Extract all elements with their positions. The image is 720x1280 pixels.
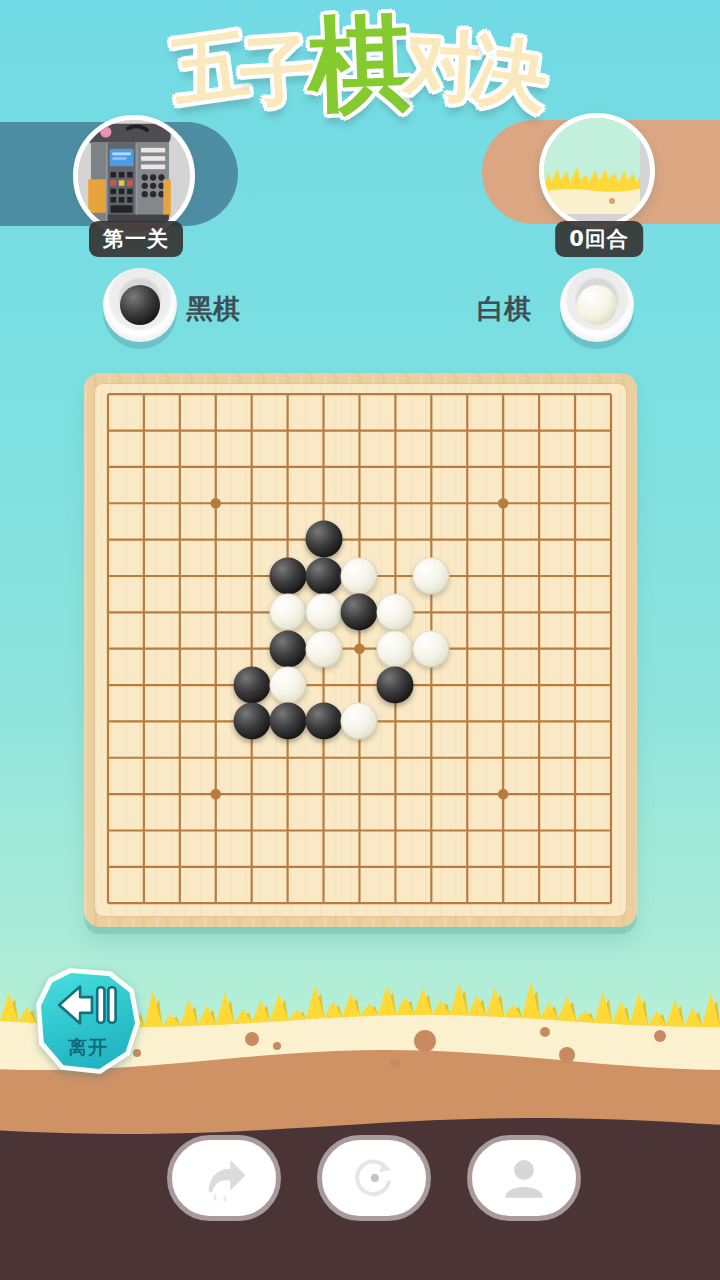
board-cell[interactable] (90, 849, 126, 885)
white-stone-dish (560, 268, 634, 342)
white-stone-sample (577, 285, 617, 325)
stone-black (269, 703, 306, 740)
board-cell[interactable] (90, 739, 126, 775)
board-cell[interactable] (234, 521, 270, 557)
board-cell[interactable] (557, 412, 593, 448)
board-cell[interactable] (413, 667, 449, 703)
board-cell[interactable] (341, 376, 377, 412)
board-cell[interactable] (306, 449, 342, 485)
board-cell[interactable] (377, 667, 413, 703)
opponent-avatar[interactable] (73, 115, 195, 237)
board-cell[interactable] (234, 412, 270, 448)
board-cell[interactable] (521, 412, 557, 448)
board-cell[interactable] (341, 558, 377, 594)
board-cell[interactable] (270, 812, 306, 848)
board-cell[interactable] (449, 485, 485, 521)
board-cell[interactable] (90, 812, 126, 848)
board-cell[interactable] (449, 449, 485, 485)
board-cell[interactable] (90, 594, 126, 630)
board-cell[interactable] (449, 812, 485, 848)
board-cell[interactable] (485, 739, 521, 775)
board-cell[interactable] (270, 667, 306, 703)
board-cell[interactable] (270, 521, 306, 557)
board-cell[interactable] (306, 630, 342, 666)
stone-white (413, 557, 450, 594)
board-cell[interactable] (377, 412, 413, 448)
board-cell[interactable] (413, 849, 449, 885)
board-cell[interactable] (557, 885, 593, 921)
stone-white (269, 594, 306, 631)
board-cell[interactable] (198, 558, 234, 594)
board-cell[interactable] (485, 776, 521, 812)
board-cell[interactable] (234, 558, 270, 594)
stone-white (305, 630, 342, 667)
board-cell[interactable] (377, 885, 413, 921)
board-cell[interactable] (198, 776, 234, 812)
board-cell[interactable] (485, 485, 521, 521)
board-cell[interactable] (341, 812, 377, 848)
board-cell[interactable] (90, 412, 126, 448)
board-cell[interactable] (234, 812, 270, 848)
board-cell[interactable] (413, 776, 449, 812)
board-cell[interactable] (449, 849, 485, 885)
board-cell[interactable] (485, 521, 521, 557)
board-cell[interactable] (270, 412, 306, 448)
white-player-label: 白棋 (477, 291, 531, 327)
board-cell[interactable] (234, 667, 270, 703)
board-cell[interactable] (198, 376, 234, 412)
restart-icon (347, 1151, 401, 1205)
board-cell[interactable] (162, 776, 198, 812)
board-cell[interactable] (306, 812, 342, 848)
board-cell[interactable] (306, 521, 342, 557)
board-cell[interactable] (377, 776, 413, 812)
board-cell[interactable] (306, 412, 342, 448)
board-cell[interactable] (162, 667, 198, 703)
restart-button[interactable] (317, 1135, 431, 1221)
pebble (559, 1047, 575, 1063)
share-button[interactable] (167, 1135, 281, 1221)
board-cell[interactable] (234, 739, 270, 775)
stone-black (305, 521, 342, 558)
board-cell[interactable] (341, 703, 377, 739)
gomoku-board[interactable] (84, 373, 637, 927)
board-cell[interactable] (198, 594, 234, 630)
board-cell[interactable] (126, 885, 162, 921)
board-cell[interactable] (198, 739, 234, 775)
board-cell[interactable] (485, 667, 521, 703)
board-cell[interactable] (557, 703, 593, 739)
board-cell[interactable] (557, 849, 593, 885)
board-cell[interactable] (521, 485, 557, 521)
board-cell[interactable] (270, 885, 306, 921)
board-cell[interactable] (270, 485, 306, 521)
board-cell[interactable] (90, 885, 126, 921)
board-cell[interactable] (377, 558, 413, 594)
board-cell[interactable] (126, 449, 162, 485)
gomoku-game-screen: 五 子 棋 对 决 (0, 0, 720, 1280)
pebble (654, 1030, 666, 1042)
board-cell[interactable] (162, 849, 198, 885)
board-cell[interactable] (557, 485, 593, 521)
board-cell[interactable] (449, 776, 485, 812)
board-cell[interactable] (413, 485, 449, 521)
board-cell[interactable] (90, 521, 126, 557)
board-cell[interactable] (162, 594, 198, 630)
board-cell[interactable] (485, 376, 521, 412)
board-cell[interactable] (306, 558, 342, 594)
board-cell[interactable] (234, 630, 270, 666)
board-cell[interactable] (377, 630, 413, 666)
board-cell[interactable] (449, 376, 485, 412)
board-cell[interactable] (341, 449, 377, 485)
board-cell[interactable] (557, 376, 593, 412)
rounds-avatar[interactable] (539, 113, 655, 229)
board-cell[interactable] (341, 485, 377, 521)
board-cell[interactable] (521, 630, 557, 666)
board-cell[interactable] (593, 630, 629, 666)
board-cell[interactable] (306, 667, 342, 703)
board-cell[interactable] (234, 703, 270, 739)
board-cell[interactable] (521, 885, 557, 921)
board-cell[interactable] (341, 594, 377, 630)
board-cell[interactable] (126, 849, 162, 885)
board-cell[interactable] (234, 849, 270, 885)
board-cell[interactable] (449, 885, 485, 921)
leave-button[interactable]: 离开 (36, 968, 140, 1074)
board-cell[interactable] (270, 739, 306, 775)
pebble (414, 1030, 436, 1052)
board-cell[interactable] (557, 776, 593, 812)
board-cell[interactable] (162, 521, 198, 557)
board-cell[interactable] (593, 885, 629, 921)
board-cell[interactable] (485, 849, 521, 885)
board-cell[interactable] (557, 812, 593, 848)
board-cell[interactable] (126, 412, 162, 448)
board-cell[interactable] (485, 594, 521, 630)
board-cell[interactable] (198, 703, 234, 739)
board-cell[interactable] (90, 703, 126, 739)
board-cell[interactable] (485, 412, 521, 448)
board-cell[interactable] (521, 739, 557, 775)
level-badge: 第一关 (89, 221, 183, 257)
board-cell[interactable] (377, 521, 413, 557)
board-cell[interactable] (126, 376, 162, 412)
stone-black (377, 666, 414, 703)
board-cell[interactable] (126, 521, 162, 557)
stone-black (233, 666, 270, 703)
black-player-label: 黑棋 (186, 291, 240, 327)
board-cell[interactable] (234, 594, 270, 630)
board-cell[interactable] (449, 703, 485, 739)
board-cell[interactable] (270, 594, 306, 630)
board-cell[interactable] (270, 558, 306, 594)
board-cell[interactable] (593, 558, 629, 594)
board-cell[interactable] (270, 630, 306, 666)
board-cell[interactable] (593, 849, 629, 885)
board-cell[interactable] (90, 630, 126, 666)
board-cell[interactable] (413, 812, 449, 848)
board-cell[interactable] (521, 849, 557, 885)
board-cell[interactable] (270, 849, 306, 885)
back-arrow-icon (55, 982, 121, 1028)
profile-icon (497, 1151, 551, 1205)
board-cell[interactable] (593, 594, 629, 630)
board-cell[interactable] (593, 521, 629, 557)
stone-white (305, 594, 342, 631)
board-cell[interactable] (557, 521, 593, 557)
board-cell[interactable] (449, 558, 485, 594)
board-cell[interactable] (593, 667, 629, 703)
board-cell[interactable] (521, 667, 557, 703)
board-cell[interactable] (126, 667, 162, 703)
stone-white (269, 666, 306, 703)
board-cell[interactable] (341, 630, 377, 666)
stone-white (413, 630, 450, 667)
board-cell[interactable] (521, 376, 557, 412)
board-cell[interactable] (521, 776, 557, 812)
board-cell[interactable] (449, 667, 485, 703)
title-char-3: 棋 (306, 10, 414, 118)
board-cell[interactable] (377, 739, 413, 775)
board-cell[interactable] (413, 703, 449, 739)
board-cell[interactable] (377, 849, 413, 885)
stone-black (269, 630, 306, 667)
board-cell[interactable] (126, 630, 162, 666)
board-cell[interactable] (198, 449, 234, 485)
board-cell[interactable] (449, 521, 485, 557)
board-cell[interactable] (413, 558, 449, 594)
board-cell[interactable] (557, 449, 593, 485)
board-cell[interactable] (234, 485, 270, 521)
board-cell[interactable] (90, 776, 126, 812)
board-cell[interactable] (90, 667, 126, 703)
board-cell[interactable] (270, 703, 306, 739)
pebble (273, 1042, 281, 1050)
black-stone-dish (103, 268, 177, 342)
board-cell[interactable] (485, 885, 521, 921)
board-cell[interactable] (449, 739, 485, 775)
board-cell[interactable] (413, 594, 449, 630)
board-cell[interactable] (485, 630, 521, 666)
board-cell[interactable] (413, 449, 449, 485)
board-cell[interactable] (557, 667, 593, 703)
board-cell[interactable] (377, 376, 413, 412)
board-cell[interactable] (413, 412, 449, 448)
board-cell[interactable] (90, 449, 126, 485)
board-cell[interactable] (521, 812, 557, 848)
board-cell[interactable] (306, 485, 342, 521)
board-cell[interactable] (413, 739, 449, 775)
board-cell[interactable] (90, 485, 126, 521)
black-stone-sample (120, 285, 160, 325)
board-cell[interactable] (557, 558, 593, 594)
board-cell[interactable] (198, 812, 234, 848)
stone-black (305, 557, 342, 594)
board-cell[interactable] (341, 739, 377, 775)
board-cell[interactable] (485, 812, 521, 848)
pebble (540, 1027, 550, 1037)
profile-button[interactable] (467, 1135, 581, 1221)
board-cell[interactable] (377, 594, 413, 630)
stone-white (377, 630, 414, 667)
board-cell[interactable] (306, 849, 342, 885)
board-cell[interactable] (270, 376, 306, 412)
board-cell[interactable] (521, 521, 557, 557)
board-cell[interactable] (593, 776, 629, 812)
board-cell[interactable] (341, 412, 377, 448)
board-cell[interactable] (485, 558, 521, 594)
stone-black (269, 557, 306, 594)
board-cell[interactable] (270, 776, 306, 812)
board-cell[interactable] (449, 594, 485, 630)
board-cell[interactable] (593, 412, 629, 448)
board-cell[interactable] (377, 485, 413, 521)
board-cell[interactable] (162, 739, 198, 775)
board-cell[interactable] (162, 558, 198, 594)
board-cell[interactable] (521, 594, 557, 630)
share-forward-icon (197, 1151, 251, 1205)
board-cell[interactable] (162, 812, 198, 848)
board-cell[interactable] (449, 412, 485, 448)
board-cell[interactable] (162, 630, 198, 666)
board-cell[interactable] (557, 594, 593, 630)
board-cell[interactable] (341, 776, 377, 812)
board-cell[interactable] (521, 558, 557, 594)
board-cell[interactable] (198, 849, 234, 885)
board-cell[interactable] (162, 449, 198, 485)
board-cell[interactable] (306, 703, 342, 739)
board-cell[interactable] (126, 594, 162, 630)
board-cell[interactable] (341, 667, 377, 703)
board-cell[interactable] (593, 812, 629, 848)
board-cell[interactable] (198, 885, 234, 921)
board-cell[interactable] (162, 703, 198, 739)
board-cell[interactable] (593, 376, 629, 412)
meadow-scene-icon (544, 118, 640, 214)
board-cell[interactable] (341, 849, 377, 885)
board-cell[interactable] (162, 376, 198, 412)
board-cell[interactable] (234, 449, 270, 485)
board-cell[interactable] (198, 667, 234, 703)
board-cell[interactable] (234, 776, 270, 812)
board-cell[interactable] (485, 703, 521, 739)
board-cell[interactable] (449, 630, 485, 666)
stone-white (341, 703, 378, 740)
board-cell[interactable] (306, 376, 342, 412)
board-cell[interactable] (126, 776, 162, 812)
board-cell[interactable] (234, 376, 270, 412)
board-cell[interactable] (377, 812, 413, 848)
robot-machine-icon (78, 120, 180, 222)
board-cell[interactable] (198, 412, 234, 448)
board-cell[interactable] (198, 630, 234, 666)
board-cell[interactable] (341, 885, 377, 921)
game-title: 五 子 棋 对 决 (0, 6, 720, 110)
board-cell[interactable] (90, 376, 126, 412)
board-cell[interactable] (306, 594, 342, 630)
rounds-badge: 0回合 (555, 221, 643, 257)
board-cell[interactable] (306, 739, 342, 775)
board-cell[interactable] (521, 449, 557, 485)
board-cell[interactable] (198, 485, 234, 521)
stone-white (341, 557, 378, 594)
board-cell[interactable] (126, 485, 162, 521)
stone-black (305, 703, 342, 740)
board-cell[interactable] (593, 449, 629, 485)
board-cell[interactable] (413, 376, 449, 412)
board-cell[interactable] (377, 449, 413, 485)
board-cell[interactable] (593, 485, 629, 521)
board-cell[interactable] (306, 776, 342, 812)
board-cell[interactable] (126, 558, 162, 594)
board-cell[interactable] (126, 812, 162, 848)
board-cell[interactable] (413, 630, 449, 666)
board-cell[interactable] (270, 449, 306, 485)
board-cell[interactable] (413, 521, 449, 557)
board-cell[interactable] (234, 885, 270, 921)
board-cell[interactable] (593, 739, 629, 775)
board-cell[interactable] (90, 558, 126, 594)
board-cell[interactable] (126, 703, 162, 739)
board-cell[interactable] (557, 739, 593, 775)
board-grid (90, 376, 629, 921)
board-cell[interactable] (162, 885, 198, 921)
pebble (390, 1058, 400, 1068)
board-cell[interactable] (377, 703, 413, 739)
pebble (245, 1032, 259, 1046)
board-cell[interactable] (485, 449, 521, 485)
board-cell[interactable] (306, 885, 342, 921)
board-cell[interactable] (162, 485, 198, 521)
board-field (94, 383, 627, 917)
stone-white (377, 594, 414, 631)
title-char-5: 决 (467, 31, 553, 117)
board-cell[interactable] (162, 412, 198, 448)
board-cell[interactable] (413, 885, 449, 921)
board-cell[interactable] (593, 703, 629, 739)
stone-black (233, 703, 270, 740)
leave-button-label: 离开 (68, 1035, 108, 1061)
board-cell[interactable] (341, 521, 377, 557)
board-cell[interactable] (521, 703, 557, 739)
board-cell[interactable] (198, 521, 234, 557)
board-cell[interactable] (557, 630, 593, 666)
stone-black (341, 594, 378, 631)
board-cell[interactable] (126, 739, 162, 775)
